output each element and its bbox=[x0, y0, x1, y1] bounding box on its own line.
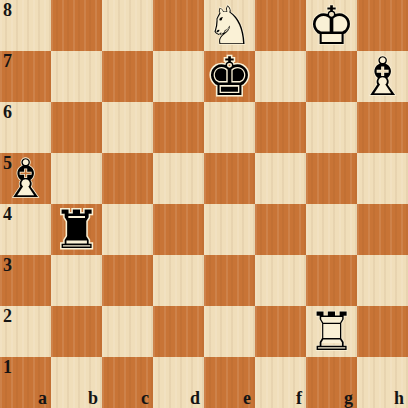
square-d1[interactable]: d bbox=[153, 357, 204, 408]
rank-label-5: 5 bbox=[3, 154, 12, 172]
square-f5[interactable] bbox=[255, 153, 306, 204]
square-h5[interactable] bbox=[357, 153, 408, 204]
square-a2[interactable]: 2 bbox=[0, 306, 51, 357]
piece-glyph: ♜ bbox=[51, 204, 102, 255]
square-b8[interactable] bbox=[51, 0, 102, 51]
square-c1[interactable]: c bbox=[102, 357, 153, 408]
square-f3[interactable] bbox=[255, 255, 306, 306]
square-d2[interactable] bbox=[153, 306, 204, 357]
square-g6[interactable] bbox=[306, 102, 357, 153]
square-b2[interactable] bbox=[51, 306, 102, 357]
square-b1[interactable]: b bbox=[51, 357, 102, 408]
piece-glyph: ♚ bbox=[204, 51, 255, 102]
square-d6[interactable] bbox=[153, 102, 204, 153]
square-f6[interactable] bbox=[255, 102, 306, 153]
file-label-b: b bbox=[88, 389, 98, 407]
square-b6[interactable] bbox=[51, 102, 102, 153]
square-f7[interactable] bbox=[255, 51, 306, 102]
square-h1[interactable]: h bbox=[357, 357, 408, 408]
square-a3[interactable]: 3 bbox=[0, 255, 51, 306]
square-h3[interactable] bbox=[357, 255, 408, 306]
square-h2[interactable] bbox=[357, 306, 408, 357]
square-c2[interactable] bbox=[102, 306, 153, 357]
square-b5[interactable] bbox=[51, 153, 102, 204]
black-king-e7[interactable]: ♚♚ bbox=[204, 51, 255, 102]
rank-label-7: 7 bbox=[3, 52, 12, 70]
piece-glyph: ♔ bbox=[306, 0, 357, 51]
square-b7[interactable] bbox=[51, 51, 102, 102]
square-f4[interactable] bbox=[255, 204, 306, 255]
white-rook-g2[interactable]: ♜♖ bbox=[306, 306, 357, 357]
square-b3[interactable] bbox=[51, 255, 102, 306]
square-g4[interactable] bbox=[306, 204, 357, 255]
rank-label-3: 3 bbox=[3, 256, 12, 274]
square-d5[interactable] bbox=[153, 153, 204, 204]
square-g2[interactable]: ♜♖ bbox=[306, 306, 357, 357]
square-e3[interactable] bbox=[204, 255, 255, 306]
square-c6[interactable] bbox=[102, 102, 153, 153]
square-c5[interactable] bbox=[102, 153, 153, 204]
square-b4[interactable]: ♜♜ bbox=[51, 204, 102, 255]
file-label-g: g bbox=[344, 389, 353, 407]
file-label-d: d bbox=[190, 389, 200, 407]
square-g3[interactable] bbox=[306, 255, 357, 306]
square-a7[interactable]: 7 bbox=[0, 51, 51, 102]
file-label-f: f bbox=[296, 389, 302, 407]
white-bishop-h7[interactable]: ♝♗ bbox=[357, 51, 408, 102]
square-d8[interactable] bbox=[153, 0, 204, 51]
square-h8[interactable] bbox=[357, 0, 408, 51]
square-f8[interactable] bbox=[255, 0, 306, 51]
square-d4[interactable] bbox=[153, 204, 204, 255]
piece-glyph: ♖ bbox=[306, 306, 357, 357]
piece-glyph: ♗ bbox=[357, 51, 408, 102]
square-e4[interactable] bbox=[204, 204, 255, 255]
piece-glyph: ♘ bbox=[204, 0, 255, 51]
file-label-e: e bbox=[243, 389, 251, 407]
square-e7[interactable]: ♚♚ bbox=[204, 51, 255, 102]
file-label-h: h bbox=[394, 389, 404, 407]
square-e6[interactable] bbox=[204, 102, 255, 153]
white-king-g8[interactable]: ♚♔ bbox=[306, 0, 357, 51]
square-a4[interactable]: 4 bbox=[0, 204, 51, 255]
square-e1[interactable]: e bbox=[204, 357, 255, 408]
square-c4[interactable] bbox=[102, 204, 153, 255]
rank-label-4: 4 bbox=[3, 205, 12, 223]
square-h6[interactable] bbox=[357, 102, 408, 153]
square-c8[interactable] bbox=[102, 0, 153, 51]
square-f1[interactable]: f bbox=[255, 357, 306, 408]
square-c3[interactable] bbox=[102, 255, 153, 306]
square-h7[interactable]: ♝♗ bbox=[357, 51, 408, 102]
square-a1[interactable]: 1a bbox=[0, 357, 51, 408]
square-g8[interactable]: ♚♔ bbox=[306, 0, 357, 51]
square-a5[interactable]: 5♝♗ bbox=[0, 153, 51, 204]
rank-label-1: 1 bbox=[3, 358, 12, 376]
square-d7[interactable] bbox=[153, 51, 204, 102]
chess-board: 8♞♘♚♔7♚♚♝♗65♝♗4♜♜32♜♖1abcdefgh bbox=[0, 0, 408, 408]
square-d3[interactable] bbox=[153, 255, 204, 306]
square-a6[interactable]: 6 bbox=[0, 102, 51, 153]
square-g5[interactable] bbox=[306, 153, 357, 204]
square-g1[interactable]: g bbox=[306, 357, 357, 408]
square-e8[interactable]: ♞♘ bbox=[204, 0, 255, 51]
square-c7[interactable] bbox=[102, 51, 153, 102]
square-e2[interactable] bbox=[204, 306, 255, 357]
square-g7[interactable] bbox=[306, 51, 357, 102]
rank-label-2: 2 bbox=[3, 307, 12, 325]
square-h4[interactable] bbox=[357, 204, 408, 255]
black-rook-b4[interactable]: ♜♜ bbox=[51, 204, 102, 255]
square-f2[interactable] bbox=[255, 306, 306, 357]
rank-label-8: 8 bbox=[3, 1, 12, 19]
white-knight-e8[interactable]: ♞♘ bbox=[204, 0, 255, 51]
square-a8[interactable]: 8 bbox=[0, 0, 51, 51]
square-e5[interactable] bbox=[204, 153, 255, 204]
file-label-a: a bbox=[38, 389, 47, 407]
file-label-c: c bbox=[141, 389, 149, 407]
rank-label-6: 6 bbox=[3, 103, 12, 121]
